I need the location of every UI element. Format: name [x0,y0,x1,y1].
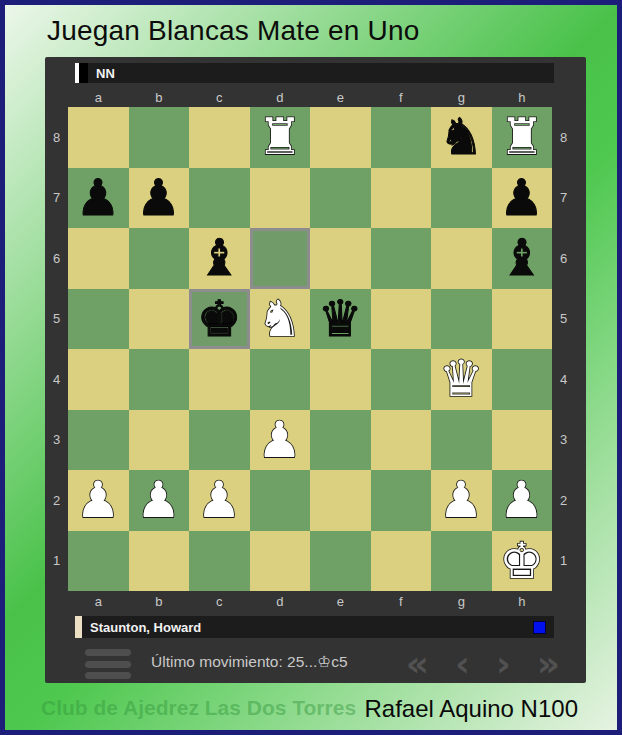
square-e3[interactable] [310,410,371,471]
square-a2[interactable]: ♟ [68,470,129,531]
square-b6[interactable] [129,228,190,289]
rank-label-5: 5 [552,289,575,350]
white-knight[interactable]: ♞ [257,289,302,349]
square-d1[interactable] [250,531,311,592]
square-c5[interactable]: ♚ [189,289,250,350]
last-move-text: Último movimiento: 25...♔c5 [151,645,348,679]
square-b2[interactable]: ♟ [129,470,190,531]
rank-label-8: 8 [45,107,68,168]
square-e6[interactable] [310,228,371,289]
white-rook[interactable]: ♜ [257,107,302,167]
square-c7[interactable] [189,168,250,229]
square-f8[interactable] [371,107,432,168]
player-bar-top: NN [75,63,554,83]
square-f7[interactable] [371,168,432,229]
rank-label-5: 5 [45,289,68,350]
page-title: Juegan Blancas Mate en Uno [47,15,420,47]
white-pawn[interactable]: ♟ [499,470,544,530]
white-pawn[interactable]: ♟ [197,470,242,530]
square-d8[interactable]: ♜ [250,107,311,168]
square-d3[interactable]: ♟ [250,410,311,471]
square-c8[interactable] [189,107,250,168]
square-h7[interactable]: ♟ [492,168,553,229]
square-b4[interactable] [129,349,190,410]
white-rook[interactable]: ♜ [499,107,544,167]
file-label-h: h [492,591,553,611]
square-g1[interactable] [431,531,492,592]
square-d2[interactable] [250,470,311,531]
rank-label-2: 2 [45,470,68,531]
white-queen[interactable]: ♛ [439,349,484,409]
file-label-b: b [129,87,190,107]
square-e2[interactable] [310,470,371,531]
square-f2[interactable] [371,470,432,531]
square-g6[interactable] [431,228,492,289]
rank-labels-left: 87654321 [45,107,68,591]
square-e1[interactable] [310,531,371,592]
square-g8[interactable]: ♞ [431,107,492,168]
square-d7[interactable] [250,168,311,229]
rank-label-7: 7 [45,168,68,229]
square-b5[interactable] [129,289,190,350]
nav-next-button[interactable]: › [496,645,511,683]
square-h4[interactable] [492,349,553,410]
square-g3[interactable] [431,410,492,471]
file-label-f: f [371,591,432,611]
square-c4[interactable] [189,349,250,410]
square-b3[interactable] [129,410,190,471]
white-pawn[interactable]: ♟ [136,470,181,530]
square-f4[interactable] [371,349,432,410]
square-c3[interactable] [189,410,250,471]
white-color-swatch [75,616,82,638]
rank-label-1: 1 [552,531,575,592]
square-g5[interactable] [431,289,492,350]
square-h6[interactable]: ♝ [492,228,553,289]
square-e5[interactable]: ♛ [310,289,371,350]
rank-label-3: 3 [552,410,575,471]
file-label-g: g [431,591,492,611]
white-pawn[interactable]: ♟ [76,470,121,530]
square-a5[interactable] [68,289,129,350]
file-label-h: h [492,87,553,107]
chess-board: ♜♞♜♟♟♟♝♝♚♞♛♛♟♟♟♟♟♟♚ [68,107,552,591]
file-labels-bottom: abcdefgh [68,591,552,611]
club-watermark: Club de Ajedrez Las Dos Torres [41,696,356,720]
rank-labels-right: 87654321 [552,107,575,591]
black-queen[interactable]: ♛ [318,289,363,349]
author-credit: Rafael Aquino N100 [365,695,579,723]
square-c2[interactable]: ♟ [189,470,250,531]
square-h5[interactable] [492,289,553,350]
square-h2[interactable]: ♟ [492,470,553,531]
file-label-e: e [310,87,371,107]
player-name-top: NN [96,66,115,81]
rank-label-1: 1 [45,531,68,592]
control-bar: Último movimiento: 25...♔c5 « ‹ › » [45,645,586,683]
file-label-c: c [189,591,250,611]
white-king[interactable]: ♚ [499,531,544,591]
turn-indicator [533,621,546,634]
square-a3[interactable] [68,410,129,471]
black-knight[interactable]: ♞ [439,107,484,167]
nav-buttons: « ‹ › » [406,645,560,683]
square-f1[interactable] [371,531,432,592]
rank-label-4: 4 [552,349,575,410]
square-g7[interactable] [431,168,492,229]
square-f5[interactable] [371,289,432,350]
square-b7[interactable]: ♟ [129,168,190,229]
square-d6[interactable] [250,228,311,289]
nav-last-button[interactable]: » [537,645,560,683]
square-h1[interactable]: ♚ [492,531,553,592]
file-label-a: a [68,591,129,611]
rank-label-8: 8 [552,107,575,168]
rank-label-4: 4 [45,349,68,410]
black-pawn[interactable]: ♟ [136,168,181,228]
square-h3[interactable] [492,410,553,471]
player-name-bottom: Staunton, Howard [90,620,201,635]
file-labels-top: abcdefgh [68,87,552,107]
rank-label-7: 7 [552,168,575,229]
file-label-a: a [68,87,129,107]
rank-label-3: 3 [45,410,68,471]
file-label-b: b [129,591,190,611]
square-b8[interactable] [129,107,190,168]
square-a7[interactable]: ♟ [68,168,129,229]
square-g2[interactable]: ♟ [431,470,492,531]
square-e4[interactable] [310,349,371,410]
app-window: Juegan Blancas Mate en Uno NN abcdefgh 8… [0,0,622,735]
black-pawn[interactable]: ♟ [76,168,121,228]
square-c6[interactable]: ♝ [189,228,250,289]
chess-app-panel: NN abcdefgh 87654321 87654321 ♜♞♜♟♟♟♝♝♚♞… [45,57,586,683]
square-h8[interactable]: ♜ [492,107,553,168]
square-a8[interactable] [68,107,129,168]
square-e7[interactable] [310,168,371,229]
black-bishop[interactable]: ♝ [499,228,544,288]
file-label-d: d [250,591,311,611]
square-a4[interactable] [68,349,129,410]
white-pawn[interactable]: ♟ [439,470,484,530]
file-label-c: c [189,87,250,107]
square-a1[interactable] [68,531,129,592]
square-e8[interactable] [310,107,371,168]
nav-first-button[interactable]: « [406,645,429,683]
rank-label-6: 6 [552,228,575,289]
file-label-d: d [250,87,311,107]
square-f3[interactable] [371,410,432,471]
white-pawn[interactable]: ♟ [257,410,302,470]
black-king[interactable]: ♚ [197,289,242,349]
square-c1[interactable] [189,531,250,592]
square-d4[interactable] [250,349,311,410]
square-d5[interactable]: ♞ [250,289,311,350]
nav-previous-button[interactable]: ‹ [455,645,470,683]
rank-label-2: 2 [552,470,575,531]
square-b1[interactable] [129,531,190,592]
menu-icon[interactable] [85,649,131,679]
rank-label-6: 6 [45,228,68,289]
square-g4[interactable]: ♛ [431,349,492,410]
black-color-swatch [79,63,88,83]
file-label-f: f [371,87,432,107]
file-label-e: e [310,591,371,611]
player-bar-bottom: Staunton, Howard [75,616,554,638]
square-f6[interactable] [371,228,432,289]
black-pawn[interactable]: ♟ [499,168,544,228]
black-bishop[interactable]: ♝ [197,228,242,288]
square-a6[interactable] [68,228,129,289]
file-label-g: g [431,87,492,107]
